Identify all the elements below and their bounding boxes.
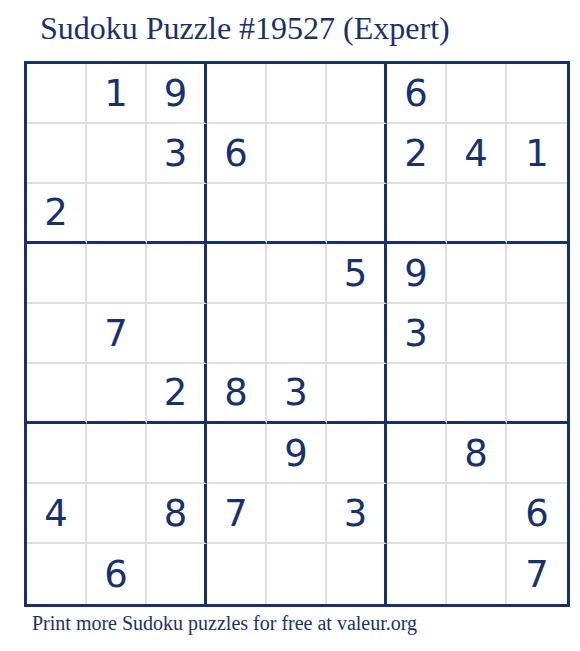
- sudoku-cell-r4c9: [507, 244, 567, 304]
- sudoku-cell-r4c4: [207, 244, 267, 304]
- sudoku-cell-r2c5: [267, 124, 327, 184]
- sudoku-cell-r7c3: [147, 424, 207, 484]
- sudoku-cell-r4c7: 9: [387, 244, 447, 304]
- sudoku-cell-r2c3: 3: [147, 124, 207, 184]
- sudoku-cell-r1c6: [327, 64, 387, 124]
- sudoku-cell-r2c1: [27, 124, 87, 184]
- sudoku-cell-r7c2: [87, 424, 147, 484]
- sudoku-cell-r5c9: [507, 304, 567, 364]
- sudoku-cell-r3c4: [207, 184, 267, 244]
- footer-note: Print more Sudoku puzzles for free at va…: [32, 612, 417, 635]
- sudoku-cell-r5c8: [447, 304, 507, 364]
- sudoku-cell-r6c3: 2: [147, 364, 207, 424]
- sudoku-cell-r8c2: [87, 484, 147, 544]
- sudoku-cell-r8c1: 4: [27, 484, 87, 544]
- sudoku-cell-r7c5: 9: [267, 424, 327, 484]
- sudoku-cell-r1c2: 1: [87, 64, 147, 124]
- sudoku-cell-r8c3: 8: [147, 484, 207, 544]
- sudoku-cell-r1c8: [447, 64, 507, 124]
- page-title: Sudoku Puzzle #19527 (Expert): [40, 10, 450, 47]
- sudoku-cell-r2c4: 6: [207, 124, 267, 184]
- sudoku-cell-r2c6: [327, 124, 387, 184]
- sudoku-cell-r3c6: [327, 184, 387, 244]
- sudoku-cell-r3c1: 2: [27, 184, 87, 244]
- sudoku-cell-r9c3: [147, 544, 207, 604]
- sudoku-cell-r4c2: [87, 244, 147, 304]
- sudoku-cell-r5c1: [27, 304, 87, 364]
- sudoku-cell-r6c7: [387, 364, 447, 424]
- sudoku-cell-r2c9: 1: [507, 124, 567, 184]
- sudoku-cell-r7c7: [387, 424, 447, 484]
- sudoku-cell-r5c5: [267, 304, 327, 364]
- sudoku-cell-r7c9: [507, 424, 567, 484]
- sudoku-cell-r3c8: [447, 184, 507, 244]
- sudoku-cell-r9c7: [387, 544, 447, 604]
- sudoku-cell-r5c6: [327, 304, 387, 364]
- sudoku-cell-r3c9: [507, 184, 567, 244]
- sudoku-cell-r7c4: [207, 424, 267, 484]
- sudoku-cell-r7c6: [327, 424, 387, 484]
- sudoku-cell-r6c8: [447, 364, 507, 424]
- sudoku-cell-r1c9: [507, 64, 567, 124]
- sudoku-cell-r1c5: [267, 64, 327, 124]
- sudoku-cell-r5c3: [147, 304, 207, 364]
- sudoku-cell-r5c2: 7: [87, 304, 147, 364]
- sudoku-cell-r3c7: [387, 184, 447, 244]
- sudoku-cell-r2c2: [87, 124, 147, 184]
- sudoku-cell-r4c1: [27, 244, 87, 304]
- sudoku-cell-r1c1: [27, 64, 87, 124]
- sudoku-cell-r4c3: [147, 244, 207, 304]
- sudoku-cell-r9c2: 6: [87, 544, 147, 604]
- sudoku-cell-r2c8: 4: [447, 124, 507, 184]
- sudoku-cell-r9c4: [207, 544, 267, 604]
- sudoku-cell-r9c9: 7: [507, 544, 567, 604]
- sudoku-cell-r1c7: 6: [387, 64, 447, 124]
- sudoku-cell-r6c2: [87, 364, 147, 424]
- sudoku-cell-r8c5: [267, 484, 327, 544]
- sudoku-cell-r8c9: 6: [507, 484, 567, 544]
- sudoku-cell-r5c4: [207, 304, 267, 364]
- sudoku-cell-r3c3: [147, 184, 207, 244]
- sudoku-cell-r4c8: [447, 244, 507, 304]
- sudoku-cell-r9c6: [327, 544, 387, 604]
- sudoku-cell-r9c1: [27, 544, 87, 604]
- sudoku-cell-r6c9: [507, 364, 567, 424]
- sudoku-cell-r8c8: [447, 484, 507, 544]
- sudoku-cell-r9c5: [267, 544, 327, 604]
- sudoku-cell-r3c2: [87, 184, 147, 244]
- sudoku-cell-r6c1: [27, 364, 87, 424]
- sudoku-cell-r7c8: 8: [447, 424, 507, 484]
- sudoku-cell-r8c6: 3: [327, 484, 387, 544]
- sudoku-cell-r7c1: [27, 424, 87, 484]
- sudoku-cell-r6c5: 3: [267, 364, 327, 424]
- sudoku-cell-r3c5: [267, 184, 327, 244]
- sudoku-cell-r2c7: 2: [387, 124, 447, 184]
- sudoku-grid: 1963624125973283984873667: [24, 61, 570, 607]
- sudoku-cell-r1c3: 9: [147, 64, 207, 124]
- sudoku-cell-r8c4: 7: [207, 484, 267, 544]
- sudoku-cell-r6c4: 8: [207, 364, 267, 424]
- sudoku-cell-r4c6: 5: [327, 244, 387, 304]
- sudoku-cell-r5c7: 3: [387, 304, 447, 364]
- sudoku-cell-r4c5: [267, 244, 327, 304]
- sudoku-cell-r6c6: [327, 364, 387, 424]
- sudoku-cell-r9c8: [447, 544, 507, 604]
- sudoku-cell-r8c7: [387, 484, 447, 544]
- sudoku-cell-r1c4: [207, 64, 267, 124]
